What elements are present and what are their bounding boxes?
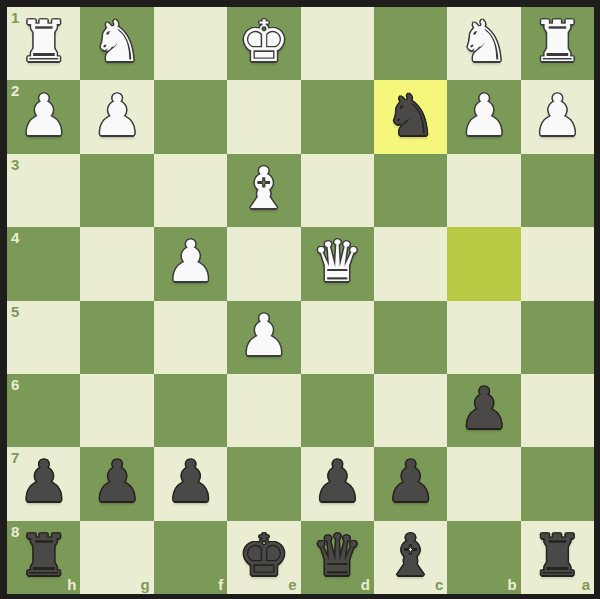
board-frame: 1♜♞♚♞♜2♟♟♞♟♟3♝4♟♛5♟6♟7♟♟♟♟♟8h♜gfe♚d♛c♝ba… xyxy=(0,0,600,599)
square-a6[interactable] xyxy=(521,374,594,447)
square-b6[interactable]: ♟ xyxy=(447,374,520,447)
square-c2[interactable]: ♞ xyxy=(374,80,447,153)
file-label-f: f xyxy=(218,577,223,592)
square-e6[interactable] xyxy=(227,374,300,447)
square-g3[interactable] xyxy=(80,154,153,227)
chess-board: 1♜♞♚♞♜2♟♟♞♟♟3♝4♟♛5♟6♟7♟♟♟♟♟8h♜gfe♚d♛c♝ba… xyxy=(7,7,594,594)
piece-black-pawn-d7[interactable]: ♟ xyxy=(312,453,363,510)
square-c3[interactable] xyxy=(374,154,447,227)
rank-label-5: 5 xyxy=(11,304,19,319)
file-label-c: c xyxy=(435,577,443,592)
piece-black-pawn-b6[interactable]: ♟ xyxy=(458,380,509,437)
square-a1[interactable]: ♜ xyxy=(521,7,594,80)
piece-black-queen-d8[interactable]: ♛ xyxy=(312,527,363,584)
piece-black-knight-c2[interactable]: ♞ xyxy=(385,87,436,144)
square-c5[interactable] xyxy=(374,301,447,374)
file-label-a: a xyxy=(582,577,590,592)
square-a2[interactable]: ♟ xyxy=(521,80,594,153)
square-h6[interactable]: 6 xyxy=(7,374,80,447)
piece-white-rook-h1[interactable]: ♜ xyxy=(18,13,69,70)
square-e7[interactable] xyxy=(227,447,300,520)
square-c6[interactable] xyxy=(374,374,447,447)
piece-black-rook-a8[interactable]: ♜ xyxy=(532,527,583,584)
square-f8[interactable]: f xyxy=(154,521,227,594)
piece-white-queen-d4[interactable]: ♛ xyxy=(312,233,363,290)
piece-black-pawn-c7[interactable]: ♟ xyxy=(385,453,436,510)
square-c8[interactable]: c♝ xyxy=(374,521,447,594)
square-d3[interactable] xyxy=(301,154,374,227)
square-b3[interactable] xyxy=(447,154,520,227)
square-h8[interactable]: 8h♜ xyxy=(7,521,80,594)
square-c7[interactable]: ♟ xyxy=(374,447,447,520)
square-d4[interactable]: ♛ xyxy=(301,227,374,300)
square-g2[interactable]: ♟ xyxy=(80,80,153,153)
square-d5[interactable] xyxy=(301,301,374,374)
square-f3[interactable] xyxy=(154,154,227,227)
piece-white-pawn-a2[interactable]: ♟ xyxy=(532,87,583,144)
square-h7[interactable]: 7♟ xyxy=(7,447,80,520)
square-b4[interactable] xyxy=(447,227,520,300)
square-e8[interactable]: e♚ xyxy=(227,521,300,594)
square-a7[interactable] xyxy=(521,447,594,520)
square-b2[interactable]: ♟ xyxy=(447,80,520,153)
rank-label-6: 6 xyxy=(11,377,19,392)
piece-black-king-e8[interactable]: ♚ xyxy=(238,527,289,584)
piece-white-pawn-f4[interactable]: ♟ xyxy=(165,233,216,290)
square-c1[interactable] xyxy=(374,7,447,80)
square-g4[interactable] xyxy=(80,227,153,300)
square-b7[interactable] xyxy=(447,447,520,520)
piece-black-rook-h8[interactable]: ♜ xyxy=(18,527,69,584)
piece-black-bishop-c8[interactable]: ♝ xyxy=(385,527,436,584)
piece-white-knight-b1[interactable]: ♞ xyxy=(458,13,509,70)
square-f5[interactable] xyxy=(154,301,227,374)
square-g6[interactable] xyxy=(80,374,153,447)
square-e1[interactable]: ♚ xyxy=(227,7,300,80)
square-h1[interactable]: 1♜ xyxy=(7,7,80,80)
piece-white-pawn-g2[interactable]: ♟ xyxy=(92,87,143,144)
piece-white-knight-g1[interactable]: ♞ xyxy=(92,13,143,70)
piece-white-pawn-b2[interactable]: ♟ xyxy=(458,87,509,144)
piece-black-pawn-g7[interactable]: ♟ xyxy=(92,453,143,510)
square-d1[interactable] xyxy=(301,7,374,80)
square-d8[interactable]: d♛ xyxy=(301,521,374,594)
piece-black-pawn-h7[interactable]: ♟ xyxy=(18,453,69,510)
rank-label-3: 3 xyxy=(11,157,19,172)
square-e2[interactable] xyxy=(227,80,300,153)
square-d6[interactable] xyxy=(301,374,374,447)
piece-black-pawn-f7[interactable]: ♟ xyxy=(165,453,216,510)
square-h5[interactable]: 5 xyxy=(7,301,80,374)
square-e3[interactable]: ♝ xyxy=(227,154,300,227)
piece-white-king-e1[interactable]: ♚ xyxy=(238,13,289,70)
piece-white-pawn-h2[interactable]: ♟ xyxy=(18,87,69,144)
square-a5[interactable] xyxy=(521,301,594,374)
square-g1[interactable]: ♞ xyxy=(80,7,153,80)
square-g5[interactable] xyxy=(80,301,153,374)
rank-label-4: 4 xyxy=(11,230,19,245)
square-h2[interactable]: 2♟ xyxy=(7,80,80,153)
square-h3[interactable]: 3 xyxy=(7,154,80,227)
file-label-g: g xyxy=(141,577,150,592)
file-label-e: e xyxy=(288,577,296,592)
square-b8[interactable]: b xyxy=(447,521,520,594)
square-h4[interactable]: 4 xyxy=(7,227,80,300)
square-c4[interactable] xyxy=(374,227,447,300)
square-f1[interactable] xyxy=(154,7,227,80)
square-e5[interactable]: ♟ xyxy=(227,301,300,374)
square-a3[interactable] xyxy=(521,154,594,227)
square-d2[interactable] xyxy=(301,80,374,153)
piece-white-pawn-e5[interactable]: ♟ xyxy=(238,307,289,364)
square-a4[interactable] xyxy=(521,227,594,300)
square-b5[interactable] xyxy=(447,301,520,374)
square-f7[interactable]: ♟ xyxy=(154,447,227,520)
square-b1[interactable]: ♞ xyxy=(447,7,520,80)
square-f4[interactable]: ♟ xyxy=(154,227,227,300)
file-label-b: b xyxy=(507,577,516,592)
square-g7[interactable]: ♟ xyxy=(80,447,153,520)
square-e4[interactable] xyxy=(227,227,300,300)
piece-white-bishop-e3[interactable]: ♝ xyxy=(238,160,289,217)
square-f6[interactable] xyxy=(154,374,227,447)
square-g8[interactable]: g xyxy=(80,521,153,594)
square-d7[interactable]: ♟ xyxy=(301,447,374,520)
piece-white-rook-a1[interactable]: ♜ xyxy=(532,13,583,70)
square-f2[interactable] xyxy=(154,80,227,153)
square-a8[interactable]: a♜ xyxy=(521,521,594,594)
